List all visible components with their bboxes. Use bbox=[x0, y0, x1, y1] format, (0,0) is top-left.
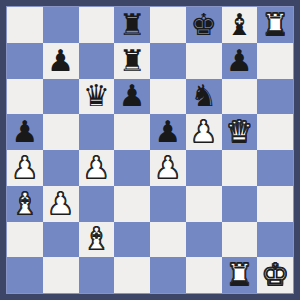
square-h8[interactable]: ♜ bbox=[257, 7, 293, 43]
square-f3[interactable] bbox=[186, 186, 222, 222]
square-b1[interactable] bbox=[43, 257, 79, 293]
piece-white-rook[interactable]: ♜ bbox=[262, 10, 289, 40]
square-g4[interactable] bbox=[222, 150, 258, 186]
square-d2[interactable] bbox=[114, 222, 150, 258]
square-d5[interactable] bbox=[114, 114, 150, 150]
square-d4[interactable] bbox=[114, 150, 150, 186]
piece-white-pawn[interactable]: ♟ bbox=[190, 117, 217, 147]
square-g8[interactable]: ♝ bbox=[222, 7, 258, 43]
square-d6[interactable]: ♟ bbox=[114, 79, 150, 115]
square-b3[interactable]: ♟ bbox=[43, 186, 79, 222]
chess-board-frame: ♜♚♝♜♟♜♟♛♟♞♟♟♟♛♟♟♟♝♟♝♜♚ bbox=[0, 0, 300, 300]
square-g5[interactable]: ♛ bbox=[222, 114, 258, 150]
chess-board: ♜♚♝♜♟♜♟♛♟♞♟♟♟♛♟♟♟♝♟♝♜♚ bbox=[7, 7, 293, 293]
square-d7[interactable]: ♜ bbox=[114, 43, 150, 79]
square-b8[interactable] bbox=[43, 7, 79, 43]
square-g6[interactable] bbox=[222, 79, 258, 115]
piece-white-pawn[interactable]: ♟ bbox=[154, 153, 181, 183]
square-h2[interactable] bbox=[257, 222, 293, 258]
square-f1[interactable] bbox=[186, 257, 222, 293]
square-h6[interactable] bbox=[257, 79, 293, 115]
piece-white-king[interactable]: ♚ bbox=[262, 260, 289, 290]
square-h4[interactable] bbox=[257, 150, 293, 186]
square-d1[interactable] bbox=[114, 257, 150, 293]
piece-white-pawn[interactable]: ♟ bbox=[83, 153, 110, 183]
square-c7[interactable] bbox=[79, 43, 115, 79]
piece-white-rook[interactable]: ♜ bbox=[226, 260, 253, 290]
piece-black-rook[interactable]: ♜ bbox=[119, 46, 146, 76]
square-g1[interactable]: ♜ bbox=[222, 257, 258, 293]
square-f4[interactable] bbox=[186, 150, 222, 186]
square-a5[interactable]: ♟ bbox=[7, 114, 43, 150]
square-c1[interactable] bbox=[79, 257, 115, 293]
square-f2[interactable] bbox=[186, 222, 222, 258]
piece-black-queen[interactable]: ♛ bbox=[83, 81, 110, 111]
square-c3[interactable] bbox=[79, 186, 115, 222]
square-h3[interactable] bbox=[257, 186, 293, 222]
square-c4[interactable]: ♟ bbox=[79, 150, 115, 186]
piece-black-bishop[interactable]: ♝ bbox=[226, 10, 253, 40]
piece-white-bishop[interactable]: ♝ bbox=[11, 189, 38, 219]
square-e7[interactable] bbox=[150, 43, 186, 79]
square-a6[interactable] bbox=[7, 79, 43, 115]
square-f7[interactable] bbox=[186, 43, 222, 79]
square-c2[interactable]: ♝ bbox=[79, 222, 115, 258]
square-h5[interactable] bbox=[257, 114, 293, 150]
square-g7[interactable]: ♟ bbox=[222, 43, 258, 79]
square-g3[interactable] bbox=[222, 186, 258, 222]
square-c8[interactable] bbox=[79, 7, 115, 43]
piece-black-pawn[interactable]: ♟ bbox=[47, 46, 74, 76]
piece-black-pawn[interactable]: ♟ bbox=[226, 46, 253, 76]
square-a1[interactable] bbox=[7, 257, 43, 293]
square-a3[interactable]: ♝ bbox=[7, 186, 43, 222]
square-f8[interactable]: ♚ bbox=[186, 7, 222, 43]
square-e1[interactable] bbox=[150, 257, 186, 293]
square-c6[interactable]: ♛ bbox=[79, 79, 115, 115]
square-e3[interactable] bbox=[150, 186, 186, 222]
square-e6[interactable] bbox=[150, 79, 186, 115]
piece-white-pawn[interactable]: ♟ bbox=[11, 153, 38, 183]
square-d3[interactable] bbox=[114, 186, 150, 222]
square-b5[interactable] bbox=[43, 114, 79, 150]
square-h7[interactable] bbox=[257, 43, 293, 79]
piece-black-pawn[interactable]: ♟ bbox=[11, 117, 38, 147]
piece-black-pawn[interactable]: ♟ bbox=[119, 81, 146, 111]
piece-black-knight[interactable]: ♞ bbox=[190, 81, 217, 111]
piece-white-pawn[interactable]: ♟ bbox=[47, 189, 74, 219]
piece-white-queen[interactable]: ♛ bbox=[226, 117, 253, 147]
square-g2[interactable] bbox=[222, 222, 258, 258]
square-e2[interactable] bbox=[150, 222, 186, 258]
piece-white-bishop[interactable]: ♝ bbox=[83, 224, 110, 254]
square-a2[interactable] bbox=[7, 222, 43, 258]
piece-black-rook[interactable]: ♜ bbox=[119, 10, 146, 40]
square-b2[interactable] bbox=[43, 222, 79, 258]
square-a7[interactable] bbox=[7, 43, 43, 79]
square-f5[interactable]: ♟ bbox=[186, 114, 222, 150]
square-e4[interactable]: ♟ bbox=[150, 150, 186, 186]
square-b4[interactable] bbox=[43, 150, 79, 186]
square-e5[interactable]: ♟ bbox=[150, 114, 186, 150]
square-a8[interactable] bbox=[7, 7, 43, 43]
square-c5[interactable] bbox=[79, 114, 115, 150]
square-d8[interactable]: ♜ bbox=[114, 7, 150, 43]
square-b6[interactable] bbox=[43, 79, 79, 115]
square-h1[interactable]: ♚ bbox=[257, 257, 293, 293]
square-f6[interactable]: ♞ bbox=[186, 79, 222, 115]
piece-black-pawn[interactable]: ♟ bbox=[154, 117, 181, 147]
square-a4[interactable]: ♟ bbox=[7, 150, 43, 186]
piece-black-king[interactable]: ♚ bbox=[190, 10, 217, 40]
square-b7[interactable]: ♟ bbox=[43, 43, 79, 79]
square-e8[interactable] bbox=[150, 7, 186, 43]
